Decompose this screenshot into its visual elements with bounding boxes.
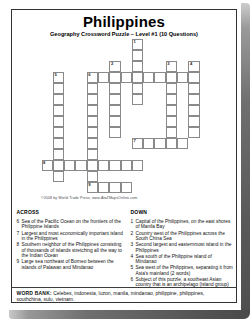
grid-cell[interactable] <box>75 160 86 171</box>
grid-cell[interactable] <box>166 127 177 138</box>
clue-list-text: Capital of the Philippines, on the east … <box>136 219 234 230</box>
crossword-grid: 123456789 <box>42 39 200 193</box>
grid-cell[interactable] <box>98 182 109 193</box>
puzzle-subtitle: Geography Crossword Puzzle – Level #1 (1… <box>12 30 236 38</box>
grid-cell[interactable] <box>87 127 98 138</box>
grid-cell[interactable] <box>53 160 64 171</box>
clue-list-text: Country west of the Philippines across t… <box>136 231 234 242</box>
grid-cell[interactable] <box>87 105 98 116</box>
drop-shadow-right <box>241 3 250 313</box>
down-header: DOWN <box>131 209 234 215</box>
grid-cell[interactable] <box>87 83 98 94</box>
grid-cell[interactable] <box>64 160 75 171</box>
grid-cell[interactable] <box>166 116 177 127</box>
clue-number: 1 <box>133 40 135 44</box>
grid-cell[interactable] <box>98 160 109 171</box>
grid-cell[interactable] <box>154 138 165 149</box>
clue-number: 2 <box>111 62 113 66</box>
grid-cell[interactable]: 8 <box>42 160 53 171</box>
clue-list-text: Southern neighbor of the Philippines con… <box>22 242 127 258</box>
grid-cell[interactable] <box>166 83 177 94</box>
grid-cell[interactable] <box>109 83 120 94</box>
clue-number: 8 <box>43 161 45 165</box>
down-clue: 5Sea west of the Philippines, separating… <box>131 265 234 276</box>
grid-cell[interactable] <box>121 72 132 83</box>
grid-cell[interactable] <box>98 72 109 83</box>
grid-cell[interactable] <box>166 105 177 116</box>
down-clue: 2Country west of the Philippines across … <box>131 231 234 242</box>
down-clue: 3Second largest and easternmost island i… <box>131 242 234 253</box>
grid-cell[interactable] <box>109 160 120 171</box>
puzzle-title: Philippines <box>12 10 236 30</box>
grid-cell[interactable] <box>188 105 199 116</box>
grid-cell[interactable] <box>87 138 98 149</box>
grid-cell[interactable] <box>188 94 199 105</box>
grid-cell[interactable] <box>132 61 143 72</box>
clue-section: ACROSS 6Sea of the Pacific Ocean on the … <box>17 209 234 289</box>
grid-cell[interactable] <box>109 94 120 105</box>
page-preview: Philippines Geography Crossword Puzzle –… <box>0 0 250 321</box>
grid-cell[interactable] <box>143 72 154 83</box>
grid-cell[interactable]: 3 <box>166 61 177 72</box>
grid-cell[interactable] <box>53 138 64 149</box>
grid-cell[interactable] <box>166 94 177 105</box>
grid-cell[interactable] <box>188 116 199 127</box>
across-clue: 8Southern neighbor of the Philippines co… <box>17 242 127 258</box>
grid-cell[interactable] <box>166 138 177 149</box>
clue-list-text: Sea west of the Philippines, separating … <box>136 265 234 276</box>
grid-cell[interactable] <box>87 160 98 171</box>
clue-list-text: Sea south of the Philippine island of Mi… <box>136 254 234 265</box>
clue-number: 5 <box>54 73 56 77</box>
grid-cell[interactable]: 7 <box>132 138 143 149</box>
grid-cell[interactable] <box>53 171 64 182</box>
clue-number: 9 <box>88 183 90 187</box>
across-column: ACROSS 6Sea of the Pacific Ocean on the … <box>17 209 127 289</box>
grid-cell[interactable] <box>132 50 143 61</box>
grid-cell[interactable] <box>53 105 64 116</box>
clue-list-text: Large sea northeast of Borneo between th… <box>22 259 127 270</box>
grid-cell[interactable] <box>132 83 143 94</box>
clue-list-text: Largest and most economically important … <box>22 231 127 242</box>
grid-cell[interactable] <box>154 72 165 83</box>
grid-cell[interactable] <box>166 72 177 83</box>
grid-cell[interactable]: 4 <box>188 61 199 72</box>
grid-cell[interactable] <box>87 94 98 105</box>
across-header: ACROSS <box>17 209 127 215</box>
grid-cell[interactable] <box>53 149 64 160</box>
grid-cell[interactable]: 6 <box>87 72 98 83</box>
grid-cell[interactable]: 1 <box>132 39 143 50</box>
down-clue: 1Capital of the Philippines, on the east… <box>131 219 234 230</box>
grid-cell[interactable] <box>53 83 64 94</box>
clue-number: 7 <box>133 139 135 143</box>
grid-cell[interactable] <box>121 182 132 193</box>
grid-cell[interactable] <box>177 72 188 83</box>
word-bank: WORD BANK: Celebes, indonesia, luzon, ma… <box>12 287 236 303</box>
grid-cell[interactable]: 2 <box>109 61 120 72</box>
grid-cell[interactable] <box>188 83 199 94</box>
grid-cell[interactable] <box>188 127 199 138</box>
across-clue-list: 6Sea of the Pacific Ocean on the frontie… <box>17 219 127 270</box>
drop-shadow-bottom <box>9 310 250 319</box>
grid-cell[interactable] <box>109 116 120 127</box>
grid-cell[interactable] <box>87 116 98 127</box>
clue-list-text: Second largest and easternmost island in… <box>136 242 234 253</box>
grid-cell[interactable] <box>109 127 120 138</box>
copyright-line: ©2008 by World Trade Press, www.AtoZMaps… <box>41 196 137 200</box>
grid-cell[interactable] <box>53 116 64 127</box>
down-column: DOWN 1Capital of the Philippines, on the… <box>131 209 234 289</box>
clue-list-text: Sea of the Pacific Ocean on the frontier… <box>22 219 127 230</box>
grid-cell[interactable] <box>121 160 132 171</box>
grid-cell[interactable] <box>53 94 64 105</box>
across-clue: 7Largest and most economically important… <box>17 231 127 242</box>
down-clue-list: 1Capital of the Philippines, on the east… <box>131 219 234 288</box>
puzzle-page: Philippines Geography Crossword Puzzle –… <box>11 9 237 303</box>
grid-cell[interactable] <box>53 127 64 138</box>
grid-cell[interactable] <box>132 94 143 105</box>
clue-number: 4 <box>190 62 192 66</box>
clue-number: 6 <box>88 73 90 77</box>
grid-cell[interactable] <box>87 149 98 160</box>
grid-cell[interactable] <box>177 138 188 149</box>
grid-cell[interactable] <box>109 72 120 83</box>
grid-cell[interactable] <box>132 72 143 83</box>
grid-cell[interactable] <box>143 138 154 149</box>
grid-cell[interactable] <box>87 171 98 182</box>
grid-cell[interactable]: 9 <box>87 182 98 193</box>
grid-cell[interactable] <box>109 182 120 193</box>
across-clue: 6Sea of the Pacific Ocean on the frontie… <box>17 219 127 230</box>
grid-cell[interactable] <box>132 160 143 171</box>
clue-number: 3 <box>167 62 169 66</box>
down-clue: 4Sea south of the Philippine island of M… <box>131 254 234 265</box>
grid-cell[interactable] <box>188 72 199 83</box>
grid-cell[interactable] <box>109 105 120 116</box>
grid-cell[interactable]: 5 <box>53 72 64 83</box>
across-clue: 9Large sea northeast of Borneo between t… <box>17 259 127 270</box>
